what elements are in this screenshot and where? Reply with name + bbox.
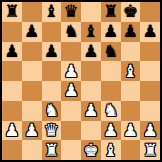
piece-white-pawn: ♟ [143,122,158,139]
square-a1[interactable] [2,140,22,160]
piece-black-pawn: ♟ [4,43,19,60]
square-g7[interactable]: ♟ [121,22,141,42]
square-f1[interactable]: ♝ [101,140,121,160]
square-b4[interactable] [22,81,42,101]
square-e2[interactable] [81,121,101,141]
piece-white-pawn: ♟ [64,82,79,99]
piece-black-pawn: ♟ [143,23,158,40]
square-g8[interactable]: ♚ [121,2,141,22]
square-f3[interactable]: ♞ [101,101,121,121]
piece-black-knight: ♞ [103,43,118,60]
square-b1[interactable] [22,140,42,160]
square-d2[interactable] [61,121,81,141]
square-a8[interactable]: ♜ [2,2,22,22]
square-a2[interactable]: ♟ [2,121,22,141]
square-b8[interactable] [22,2,42,22]
piece-white-rook: ♜ [44,142,59,159]
square-e1[interactable]: ♚ [81,140,101,160]
square-h7[interactable]: ♟ [140,22,160,42]
square-a3[interactable] [2,101,22,121]
piece-white-pawn: ♟ [4,122,19,139]
piece-white-knight: ♞ [44,102,59,119]
square-c5[interactable] [42,61,62,81]
square-h6[interactable] [140,42,160,62]
square-b2[interactable]: ♟ [22,121,42,141]
square-h3[interactable] [140,101,160,121]
square-h8[interactable] [140,2,160,22]
square-g3[interactable] [121,101,141,121]
square-d6[interactable] [61,42,81,62]
square-b7[interactable]: ♟ [22,22,42,42]
square-g2[interactable]: ♟ [121,121,141,141]
piece-white-pawn: ♟ [103,122,118,139]
piece-white-pawn: ♟ [123,122,138,139]
piece-black-knight: ♞ [64,23,79,40]
piece-black-pawn: ♟ [24,23,39,40]
square-b5[interactable] [22,61,42,81]
square-d5[interactable]: ♟ [61,61,81,81]
square-h2[interactable]: ♟ [140,121,160,141]
piece-white-bishop: ♝ [103,142,118,159]
square-e3[interactable]: ♟ [81,101,101,121]
square-a4[interactable] [2,81,22,101]
square-c7[interactable] [42,22,62,42]
square-a6[interactable]: ♟ [2,42,22,62]
square-d3[interactable] [61,101,81,121]
piece-white-queen: ♛ [44,122,59,139]
piece-black-pawn: ♟ [103,23,118,40]
square-e5[interactable] [81,61,101,81]
square-c8[interactable]: ♝ [42,2,62,22]
square-c3[interactable]: ♞ [42,101,62,121]
piece-white-knight: ♞ [103,102,118,119]
square-c4[interactable] [42,81,62,101]
square-b6[interactable] [22,42,42,62]
piece-black-pawn: ♟ [123,23,138,40]
square-e7[interactable]: ♝ [81,22,101,42]
square-f2[interactable]: ♟ [101,121,121,141]
square-f7[interactable]: ♟ [101,22,121,42]
piece-white-rook: ♜ [143,142,158,159]
square-b3[interactable] [22,101,42,121]
square-d7[interactable]: ♞ [61,22,81,42]
square-a7[interactable] [2,22,22,42]
piece-white-bishop: ♝ [123,63,138,80]
square-g6[interactable] [121,42,141,62]
square-g4[interactable] [121,81,141,101]
piece-black-bishop: ♝ [83,23,98,40]
square-e8[interactable] [81,2,101,22]
square-g1[interactable] [121,140,141,160]
square-h1[interactable]: ♜ [140,140,160,160]
square-f5[interactable] [101,61,121,81]
square-g5[interactable]: ♝ [121,61,141,81]
piece-black-bishop: ♝ [44,3,59,20]
piece-black-queen: ♛ [64,3,79,20]
piece-black-pawn: ♟ [44,43,59,60]
piece-white-pawn: ♟ [24,122,39,139]
square-c1[interactable]: ♜ [42,140,62,160]
square-f6[interactable]: ♞ [101,42,121,62]
square-a5[interactable] [2,61,22,81]
piece-black-pawn: ♟ [83,43,98,60]
piece-white-pawn: ♟ [64,63,79,80]
square-d4[interactable]: ♟ [61,81,81,101]
square-f8[interactable]: ♜ [101,2,121,22]
square-h5[interactable] [140,61,160,81]
square-e4[interactable] [81,81,101,101]
square-c2[interactable]: ♛ [42,121,62,141]
square-e6[interactable]: ♟ [81,42,101,62]
square-d8[interactable]: ♛ [61,2,81,22]
piece-black-rook: ♜ [103,3,118,20]
square-f4[interactable] [101,81,121,101]
square-h4[interactable] [140,81,160,101]
piece-white-king: ♚ [83,142,98,159]
chess-board: ♜♝♛♜♚♟♞♝♟♟♟♟♟♟♞♟♝♟♞♟♞♟♟♛♟♟♟♜♚♝♜ [0,0,162,162]
piece-black-king: ♚ [123,3,138,20]
piece-black-rook: ♜ [4,3,19,20]
piece-white-pawn: ♟ [83,102,98,119]
square-c6[interactable]: ♟ [42,42,62,62]
square-d1[interactable] [61,140,81,160]
